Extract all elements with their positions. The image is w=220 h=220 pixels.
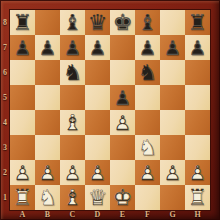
black-pawn-h7[interactable]: ♟♙ bbox=[185, 35, 210, 60]
square-d6[interactable] bbox=[85, 60, 110, 85]
pawn-glyph-detail: ♙ bbox=[85, 35, 110, 62]
pawn-glyph-detail: ♙ bbox=[185, 35, 210, 62]
square-f3[interactable]: ♞♘ bbox=[135, 135, 160, 160]
black-knight-c6[interactable]: ♞♘ bbox=[60, 60, 85, 85]
square-g4[interactable] bbox=[160, 110, 185, 135]
rook-glyph-detail: ♖ bbox=[10, 185, 35, 211]
white-rook-a1[interactable]: ♜♖ bbox=[10, 185, 35, 210]
square-f2[interactable]: ♟♙ bbox=[135, 160, 160, 185]
black-knight-f6[interactable]: ♞♘ bbox=[135, 60, 160, 85]
bishop-glyph-detail: ♗ bbox=[135, 10, 160, 36]
black-rook-a8[interactable]: ♜♖ bbox=[10, 10, 35, 35]
square-e8[interactable]: ♚♔ bbox=[110, 10, 135, 35]
square-h8[interactable]: ♜♖ bbox=[185, 10, 210, 35]
file-labels: ABCDEFGH bbox=[10, 210, 210, 220]
square-h3[interactable] bbox=[185, 135, 210, 160]
rook-glyph-detail: ♖ bbox=[185, 10, 210, 36]
black-pawn-c7[interactable]: ♟♙ bbox=[60, 35, 85, 60]
square-c5[interactable] bbox=[60, 85, 85, 110]
file-label-f: F bbox=[135, 210, 160, 220]
pawn-glyph-detail: ♙ bbox=[110, 110, 135, 137]
square-e6[interactable] bbox=[110, 60, 135, 85]
pawn-glyph-detail: ♙ bbox=[160, 35, 185, 62]
square-f6[interactable]: ♞♘ bbox=[135, 60, 160, 85]
king-glyph-detail: ♔ bbox=[110, 10, 135, 36]
pawn-glyph-detail: ♙ bbox=[35, 160, 60, 187]
white-knight-f3[interactable]: ♞♘ bbox=[135, 135, 160, 160]
knight-glyph-detail: ♘ bbox=[35, 185, 60, 211]
white-rook-h1[interactable]: ♜♖ bbox=[185, 185, 210, 210]
square-h4[interactable] bbox=[185, 110, 210, 135]
bishop-glyph-detail: ♗ bbox=[60, 10, 85, 36]
white-queen-d1[interactable]: ♛♕ bbox=[85, 185, 110, 210]
pawn-glyph-detail: ♙ bbox=[35, 35, 60, 62]
rook-glyph-detail: ♖ bbox=[185, 185, 210, 211]
white-bishop-c1[interactable]: ♝♗ bbox=[60, 185, 85, 210]
black-pawn-b7[interactable]: ♟♙ bbox=[35, 35, 60, 60]
file-label-g: G bbox=[160, 210, 185, 220]
square-g5[interactable] bbox=[160, 85, 185, 110]
square-g7[interactable]: ♟♙ bbox=[160, 35, 185, 60]
queen-glyph-detail: ♕ bbox=[85, 10, 110, 36]
rank-label-5: 5 bbox=[0, 85, 10, 110]
file-label-e: E bbox=[110, 210, 135, 220]
square-g2[interactable]: ♟♙ bbox=[160, 160, 185, 185]
square-d3[interactable] bbox=[85, 135, 110, 160]
square-f1[interactable] bbox=[135, 185, 160, 210]
square-h1[interactable]: ♜♖ bbox=[185, 185, 210, 210]
knight-glyph-detail: ♘ bbox=[135, 60, 160, 86]
square-c3[interactable] bbox=[60, 135, 85, 160]
square-f4[interactable] bbox=[135, 110, 160, 135]
square-c2[interactable]: ♟♙ bbox=[60, 160, 85, 185]
black-pawn-f7[interactable]: ♟♙ bbox=[135, 35, 160, 60]
square-d4[interactable] bbox=[85, 110, 110, 135]
square-c7[interactable]: ♟♙ bbox=[60, 35, 85, 60]
square-a8[interactable]: ♜♖ bbox=[10, 10, 35, 35]
rank-label-1: 1 bbox=[0, 185, 10, 210]
square-b2[interactable]: ♟♙ bbox=[35, 160, 60, 185]
square-g8[interactable] bbox=[160, 10, 185, 35]
square-f8[interactable]: ♝♗ bbox=[135, 10, 160, 35]
king-glyph-detail: ♔ bbox=[110, 185, 135, 211]
square-b1[interactable]: ♞♘ bbox=[35, 185, 60, 210]
white-bishop-c4[interactable]: ♝♗ bbox=[60, 110, 85, 135]
square-c4[interactable]: ♝♗ bbox=[60, 110, 85, 135]
pawn-glyph-detail: ♙ bbox=[85, 160, 110, 187]
pawn-glyph-detail: ♙ bbox=[10, 35, 35, 62]
bishop-glyph-detail: ♗ bbox=[60, 110, 85, 136]
pawn-glyph-detail: ♙ bbox=[110, 85, 135, 112]
white-pawn-a2[interactable]: ♟♙ bbox=[10, 160, 35, 185]
square-e2[interactable] bbox=[110, 160, 135, 185]
square-h2[interactable]: ♟♙ bbox=[185, 160, 210, 185]
square-d1[interactable]: ♛♕ bbox=[85, 185, 110, 210]
square-a7[interactable]: ♟♙ bbox=[10, 35, 35, 60]
square-h6[interactable] bbox=[185, 60, 210, 85]
knight-glyph-detail: ♘ bbox=[60, 60, 85, 86]
white-pawn-d2[interactable]: ♟♙ bbox=[85, 160, 110, 185]
white-knight-b1[interactable]: ♞♘ bbox=[35, 185, 60, 210]
file-label-a: A bbox=[10, 210, 35, 220]
square-d2[interactable]: ♟♙ bbox=[85, 160, 110, 185]
square-g3[interactable] bbox=[160, 135, 185, 160]
black-pawn-e5[interactable]: ♟♙ bbox=[110, 85, 135, 110]
bishop-glyph-detail: ♗ bbox=[60, 185, 85, 211]
black-king-e8[interactable]: ♚♔ bbox=[110, 10, 135, 35]
pawn-glyph-detail: ♙ bbox=[135, 160, 160, 187]
white-pawn-b2[interactable]: ♟♙ bbox=[35, 160, 60, 185]
black-rook-h8[interactable]: ♜♖ bbox=[185, 10, 210, 35]
rank-label-3: 3 bbox=[0, 135, 10, 160]
square-h7[interactable]: ♟♙ bbox=[185, 35, 210, 60]
square-a5[interactable] bbox=[10, 85, 35, 110]
black-pawn-a7[interactable]: ♟♙ bbox=[10, 35, 35, 60]
pawn-glyph-detail: ♙ bbox=[60, 160, 85, 187]
square-e3[interactable] bbox=[110, 135, 135, 160]
square-g1[interactable] bbox=[160, 185, 185, 210]
pawn-glyph-detail: ♙ bbox=[60, 35, 85, 62]
square-a1[interactable]: ♜♖ bbox=[10, 185, 35, 210]
black-queen-d8[interactable]: ♛♕ bbox=[85, 10, 110, 35]
chess-board: ♜♖♝♗♛♕♚♔♝♗♜♖♟♙♟♙♟♙♟♙♟♙♟♙♟♙♞♘♞♘♟♙♝♗♟♙♞♘♟♙… bbox=[10, 10, 210, 210]
rank-label-6: 6 bbox=[0, 60, 10, 85]
square-c8[interactable]: ♝♗ bbox=[60, 10, 85, 35]
rank-label-4: 4 bbox=[0, 110, 10, 135]
black-bishop-f8[interactable]: ♝♗ bbox=[135, 10, 160, 35]
rank-label-2: 2 bbox=[0, 160, 10, 185]
white-pawn-g2[interactable]: ♟♙ bbox=[160, 160, 185, 185]
file-label-h: H bbox=[185, 210, 210, 220]
square-e1[interactable]: ♚♔ bbox=[110, 185, 135, 210]
square-c6[interactable]: ♞♘ bbox=[60, 60, 85, 85]
square-f5[interactable] bbox=[135, 85, 160, 110]
white-pawn-f2[interactable]: ♟♙ bbox=[135, 160, 160, 185]
black-pawn-g7[interactable]: ♟♙ bbox=[160, 35, 185, 60]
square-f7[interactable]: ♟♙ bbox=[135, 35, 160, 60]
square-b7[interactable]: ♟♙ bbox=[35, 35, 60, 60]
pawn-glyph-detail: ♙ bbox=[135, 35, 160, 62]
square-d8[interactable]: ♛♕ bbox=[85, 10, 110, 35]
black-pawn-d7[interactable]: ♟♙ bbox=[85, 35, 110, 60]
rank-labels: 87654321 bbox=[0, 10, 10, 210]
square-b3[interactable] bbox=[35, 135, 60, 160]
rook-glyph-detail: ♖ bbox=[10, 10, 35, 36]
square-a4[interactable] bbox=[10, 110, 35, 135]
square-b4[interactable] bbox=[35, 110, 60, 135]
white-king-e1[interactable]: ♚♔ bbox=[110, 185, 135, 210]
file-label-c: C bbox=[60, 210, 85, 220]
square-b6[interactable] bbox=[35, 60, 60, 85]
square-e4[interactable]: ♟♙ bbox=[110, 110, 135, 135]
white-pawn-c2[interactable]: ♟♙ bbox=[60, 160, 85, 185]
file-label-d: D bbox=[85, 210, 110, 220]
square-d7[interactable]: ♟♙ bbox=[85, 35, 110, 60]
pawn-glyph-detail: ♙ bbox=[10, 160, 35, 187]
square-b5[interactable] bbox=[35, 85, 60, 110]
rank-label-7: 7 bbox=[0, 35, 10, 60]
square-g6[interactable] bbox=[160, 60, 185, 85]
square-a3[interactable] bbox=[10, 135, 35, 160]
white-pawn-h2[interactable]: ♟♙ bbox=[185, 160, 210, 185]
queen-glyph-detail: ♕ bbox=[85, 185, 110, 211]
square-h5[interactable] bbox=[185, 85, 210, 110]
file-label-b: B bbox=[35, 210, 60, 220]
knight-glyph-detail: ♘ bbox=[135, 135, 160, 161]
chess-board-frame: 87654321 ABCDEFGH ♜♖♝♗♛♕♚♔♝♗♜♖♟♙♟♙♟♙♟♙♟♙… bbox=[0, 0, 220, 220]
square-a6[interactable] bbox=[10, 60, 35, 85]
square-e7[interactable] bbox=[110, 35, 135, 60]
pawn-glyph-detail: ♙ bbox=[160, 160, 185, 187]
square-d5[interactable] bbox=[85, 85, 110, 110]
black-bishop-c8[interactable]: ♝♗ bbox=[60, 10, 85, 35]
square-a2[interactable]: ♟♙ bbox=[10, 160, 35, 185]
rank-label-8: 8 bbox=[0, 10, 10, 35]
square-b8[interactable] bbox=[35, 10, 60, 35]
square-c1[interactable]: ♝♗ bbox=[60, 185, 85, 210]
white-pawn-e4[interactable]: ♟♙ bbox=[110, 110, 135, 135]
square-e5[interactable]: ♟♙ bbox=[110, 85, 135, 110]
pawn-glyph-detail: ♙ bbox=[185, 160, 210, 187]
